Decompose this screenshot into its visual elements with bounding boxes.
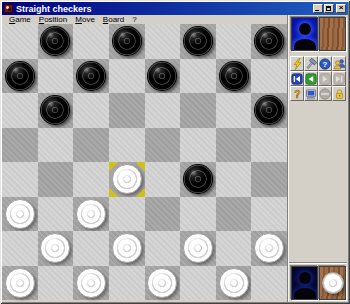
black-checker[interactable] bbox=[183, 26, 213, 56]
white-checker[interactable] bbox=[219, 268, 249, 298]
svg-text:?: ? bbox=[323, 60, 328, 69]
first-move-icon bbox=[291, 73, 303, 85]
app-window: Straight checkers × GamePositionMoveBoar… bbox=[0, 0, 350, 304]
last-move-icon bbox=[333, 73, 345, 85]
square-5-7[interactable] bbox=[251, 197, 287, 232]
square-1-4[interactable] bbox=[145, 59, 181, 94]
menu-item-position[interactable]: Position bbox=[35, 15, 71, 24]
previous-move-icon bbox=[305, 73, 317, 85]
square-0-6[interactable] bbox=[216, 24, 252, 59]
sidebar-divider bbox=[289, 262, 347, 264]
black-checker[interactable] bbox=[40, 26, 70, 56]
close-button[interactable]: × bbox=[336, 4, 346, 13]
square-1-5[interactable] bbox=[180, 59, 216, 94]
square-6-6[interactable] bbox=[216, 231, 252, 266]
menu-item-help[interactable]: ? bbox=[128, 15, 140, 24]
square-2-6[interactable] bbox=[216, 93, 252, 128]
square-1-3[interactable] bbox=[109, 59, 145, 94]
square-7-5[interactable] bbox=[180, 266, 216, 301]
square-2-3[interactable] bbox=[109, 93, 145, 128]
square-3-2[interactable] bbox=[73, 128, 109, 163]
top-player-avatar bbox=[291, 17, 318, 51]
square-4-3[interactable] bbox=[109, 162, 145, 197]
square-3-0[interactable] bbox=[2, 128, 38, 163]
menu-item-game[interactable]: Game bbox=[5, 15, 35, 24]
square-2-7[interactable] bbox=[251, 93, 287, 128]
square-1-7[interactable] bbox=[251, 59, 287, 94]
top-player-piece-panel bbox=[319, 17, 346, 51]
menu-bar: GamePositionMoveBoard? bbox=[2, 15, 287, 24]
square-4-6[interactable] bbox=[216, 162, 252, 197]
sidebar: ?? bbox=[287, 15, 348, 302]
black-checker[interactable] bbox=[76, 61, 106, 91]
black-checker[interactable] bbox=[219, 61, 249, 91]
square-7-3[interactable] bbox=[109, 266, 145, 301]
white-checker[interactable] bbox=[147, 268, 177, 298]
minimize-button[interactable] bbox=[313, 4, 323, 13]
next-move-icon bbox=[319, 73, 331, 85]
square-5-4[interactable] bbox=[145, 197, 181, 232]
square-7-0[interactable] bbox=[2, 266, 38, 301]
players-button[interactable] bbox=[332, 56, 346, 71]
svg-text:?: ? bbox=[294, 88, 300, 99]
square-5-1[interactable] bbox=[38, 197, 74, 232]
white-checker[interactable] bbox=[254, 233, 284, 263]
lock-button[interactable] bbox=[332, 86, 346, 101]
square-2-2[interactable] bbox=[73, 93, 109, 128]
menu-item-board[interactable]: Board bbox=[99, 15, 128, 24]
square-5-5[interactable] bbox=[180, 197, 216, 232]
square-6-7[interactable] bbox=[251, 231, 287, 266]
first-move-button[interactable] bbox=[290, 71, 304, 86]
white-checker-indicator bbox=[322, 272, 344, 294]
square-6-5[interactable] bbox=[180, 231, 216, 266]
players-icon bbox=[333, 58, 346, 70]
square-0-3[interactable] bbox=[109, 24, 145, 59]
hammer-icon bbox=[305, 58, 317, 70]
black-checker[interactable] bbox=[112, 26, 142, 56]
last-move-button[interactable] bbox=[332, 71, 346, 86]
square-0-1[interactable] bbox=[38, 24, 74, 59]
square-1-2[interactable] bbox=[73, 59, 109, 94]
black-checker[interactable] bbox=[254, 95, 284, 125]
square-0-7[interactable] bbox=[251, 24, 287, 59]
square-7-1[interactable] bbox=[38, 266, 74, 301]
square-3-7[interactable] bbox=[251, 128, 287, 163]
square-5-6[interactable] bbox=[216, 197, 252, 232]
square-2-0[interactable] bbox=[2, 93, 38, 128]
question-icon: ? bbox=[292, 88, 303, 100]
square-5-2[interactable] bbox=[73, 197, 109, 232]
square-4-2[interactable] bbox=[73, 162, 109, 197]
square-4-0[interactable] bbox=[2, 162, 38, 197]
square-4-7[interactable] bbox=[251, 162, 287, 197]
square-1-1[interactable] bbox=[38, 59, 74, 94]
white-checker[interactable] bbox=[112, 233, 142, 263]
square-0-2[interactable] bbox=[73, 24, 109, 59]
white-checker[interactable] bbox=[40, 233, 70, 263]
square-6-1[interactable] bbox=[38, 231, 74, 266]
square-7-2[interactable] bbox=[73, 266, 109, 301]
white-checker[interactable] bbox=[183, 233, 213, 263]
toolbar: ?? bbox=[290, 56, 346, 101]
hammer-button[interactable] bbox=[304, 56, 318, 71]
square-3-1[interactable] bbox=[38, 128, 74, 163]
menu-item-move[interactable]: Move bbox=[71, 15, 99, 24]
window-title: Straight checkers bbox=[16, 4, 92, 14]
square-6-3[interactable] bbox=[109, 231, 145, 266]
square-1-0[interactable] bbox=[2, 59, 38, 94]
square-5-3[interactable] bbox=[109, 197, 145, 232]
app-icon bbox=[4, 4, 13, 13]
square-0-4[interactable] bbox=[145, 24, 181, 59]
question-button[interactable]: ? bbox=[290, 86, 304, 101]
lightning-icon bbox=[292, 58, 303, 70]
square-2-5[interactable] bbox=[180, 93, 216, 128]
square-3-3[interactable] bbox=[109, 128, 145, 163]
bottom-player-piece-panel bbox=[319, 266, 346, 300]
window-controls: × bbox=[313, 4, 346, 13]
square-0-5[interactable] bbox=[180, 24, 216, 59]
square-4-5[interactable] bbox=[180, 162, 216, 197]
square-7-4[interactable] bbox=[145, 266, 181, 301]
square-0-0[interactable] bbox=[2, 24, 38, 59]
top-player-panels bbox=[291, 17, 346, 51]
black-checker[interactable] bbox=[40, 95, 70, 125]
square-6-2[interactable] bbox=[73, 231, 109, 266]
lock-icon bbox=[334, 88, 345, 100]
square-4-4[interactable] bbox=[145, 162, 181, 197]
help-globe-button[interactable]: ? bbox=[318, 56, 332, 71]
stop-button[interactable] bbox=[318, 86, 332, 101]
square-3-5[interactable] bbox=[180, 128, 216, 163]
square-6-0[interactable] bbox=[2, 231, 38, 266]
black-checker[interactable] bbox=[183, 164, 213, 194]
white-checker[interactable] bbox=[76, 268, 106, 298]
square-5-0[interactable] bbox=[2, 197, 38, 232]
next-move-button[interactable] bbox=[318, 71, 332, 86]
checkers-board[interactable] bbox=[2, 24, 287, 300]
black-checker[interactable] bbox=[147, 61, 177, 91]
close-icon: × bbox=[337, 4, 345, 12]
square-3-6[interactable] bbox=[216, 128, 252, 163]
maximize-button[interactable] bbox=[324, 4, 334, 13]
square-4-1[interactable] bbox=[38, 162, 74, 197]
help-globe-icon: ? bbox=[319, 58, 331, 70]
black-checker[interactable] bbox=[5, 61, 35, 91]
white-checker[interactable] bbox=[5, 268, 35, 298]
minimize-icon bbox=[315, 10, 319, 11]
white-checker[interactable] bbox=[5, 199, 35, 229]
computer-button[interactable] bbox=[304, 86, 318, 101]
computer-icon bbox=[305, 88, 317, 100]
square-7-6[interactable] bbox=[216, 266, 252, 301]
square-6-4[interactable] bbox=[145, 231, 181, 266]
title-bar[interactable]: Straight checkers × bbox=[2, 2, 348, 15]
maximize-icon bbox=[326, 6, 331, 11]
bottom-player-avatar bbox=[291, 266, 318, 300]
square-2-1[interactable] bbox=[38, 93, 74, 128]
white-checker[interactable] bbox=[76, 199, 106, 229]
bottom-player-panels bbox=[291, 266, 346, 300]
square-7-7[interactable] bbox=[251, 266, 287, 301]
white-checker[interactable] bbox=[112, 164, 142, 194]
stop-icon bbox=[319, 88, 331, 100]
lightning-button[interactable] bbox=[290, 56, 304, 71]
square-3-4[interactable] bbox=[145, 128, 181, 163]
black-checker[interactable] bbox=[254, 26, 284, 56]
square-1-6[interactable] bbox=[216, 59, 252, 94]
square-2-4[interactable] bbox=[145, 93, 181, 128]
previous-move-button[interactable] bbox=[304, 71, 318, 86]
